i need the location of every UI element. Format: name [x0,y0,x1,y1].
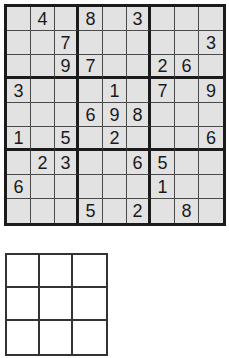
sudoku-cell-r4c6 [127,79,151,103]
sudoku-cell-r3c5 [103,55,127,79]
sudoku-cell-r8c5 [103,175,127,199]
sudoku-cell-r4c3 [55,79,79,103]
sudoku-cell-r9c7 [151,199,175,223]
sudoku-cell-r9c8: 8 [175,199,199,223]
sudoku-cell-r8c7: 1 [151,175,175,199]
sudoku-cell-r8c1: 6 [7,175,31,199]
sudoku-cell-r2c9: 3 [199,31,223,55]
mini-cell-r1c1 [7,255,40,288]
sudoku-cell-r8c8 [175,175,199,199]
sudoku-cell-r4c2 [31,79,55,103]
sudoku-cell-r7c1 [7,151,31,175]
sudoku-cell-r2c6 [127,31,151,55]
sudoku-cell-r9c4: 5 [79,199,103,223]
sudoku-cell-r5c8 [175,103,199,127]
sudoku-cell-r6c5: 2 [103,127,127,151]
sudoku-cell-r9c1 [7,199,31,223]
page: 48373972631796981526236561528 [0,4,229,358]
sudoku-cell-r6c7 [151,127,175,151]
sudoku-cell-r7c5 [103,151,127,175]
sudoku-cell-r8c9 [199,175,223,199]
sudoku-cell-r9c9 [199,199,223,223]
sudoku-cell-r4c9: 9 [199,79,223,103]
sudoku-cell-r7c6: 6 [127,151,151,175]
sudoku-cell-r8c2 [31,175,55,199]
sudoku-cell-r5c4: 6 [79,103,103,127]
sudoku-cell-r6c9: 6 [199,127,223,151]
sudoku-cell-r2c2 [31,31,55,55]
sudoku-cell-r6c1: 1 [7,127,31,151]
sudoku-cell-r6c6 [127,127,151,151]
sudoku-cell-r2c5 [103,31,127,55]
mini-cell-r2c3 [73,288,106,321]
sudoku-cell-r8c4 [79,175,103,199]
mini-cell-r1c3 [73,255,106,288]
sudoku-cell-r6c3: 5 [55,127,79,151]
sudoku-cell-r3c8: 6 [175,55,199,79]
sudoku-cell-r9c5 [103,199,127,223]
sudoku-cell-r7c8 [175,151,199,175]
sudoku-cell-r3c2 [31,55,55,79]
sudoku-cell-r6c2 [31,127,55,151]
sudoku-cell-r3c6 [127,55,151,79]
sudoku-cell-r2c3: 7 [55,31,79,55]
sudoku-cell-r8c3 [55,175,79,199]
sudoku-cell-r4c1: 3 [7,79,31,103]
sudoku-cell-r3c9 [199,55,223,79]
sudoku-cell-r6c4 [79,127,103,151]
sudoku-cell-r1c1 [7,7,31,31]
sudoku-cell-r1c9 [199,7,223,31]
sudoku-cell-r1c3 [55,7,79,31]
sudoku-cell-r4c4 [79,79,103,103]
sudoku-cell-r2c1 [7,31,31,55]
mini-cell-r1c2 [40,255,73,288]
sudoku-cell-r5c6: 8 [127,103,151,127]
sudoku-cell-r1c6: 3 [127,7,151,31]
sudoku-cell-r1c2: 4 [31,7,55,31]
sudoku-cell-r2c7 [151,31,175,55]
sudoku-cell-r7c7: 5 [151,151,175,175]
sudoku-cell-r9c6: 2 [127,199,151,223]
sudoku-cell-r7c3: 3 [55,151,79,175]
sudoku-cell-r5c3 [55,103,79,127]
sudoku-cell-r3c3: 9 [55,55,79,79]
sudoku-cell-r3c4: 7 [79,55,103,79]
sudoku-cell-r4c5: 1 [103,79,127,103]
mini-cell-r2c2 [40,288,73,321]
sudoku-cell-r9c3 [55,199,79,223]
mini-cell-r3c2 [40,321,73,354]
sudoku-cell-r5c7 [151,103,175,127]
sudoku-cell-r1c7 [151,7,175,31]
sudoku-cell-r9c2 [31,199,55,223]
sudoku-board: 48373972631796981526236561528 [4,4,226,226]
empty-mini-grid [5,253,108,356]
sudoku-cell-r1c5 [103,7,127,31]
mini-cell-r3c1 [7,321,40,354]
mini-cell-r2c1 [7,288,40,321]
sudoku-cell-r5c5: 9 [103,103,127,127]
sudoku-cell-r5c9 [199,103,223,127]
sudoku-cell-r5c1 [7,103,31,127]
mini-cell-r3c3 [73,321,106,354]
sudoku-cell-r6c8 [175,127,199,151]
sudoku-cell-r2c8 [175,31,199,55]
sudoku-cell-r1c8 [175,7,199,31]
sudoku-cell-r7c4 [79,151,103,175]
sudoku-cell-r8c6 [127,175,151,199]
sudoku-cell-r7c2: 2 [31,151,55,175]
sudoku-cell-r7c9 [199,151,223,175]
sudoku-cell-r5c2 [31,103,55,127]
sudoku-cell-r4c8 [175,79,199,103]
sudoku-cell-r3c1 [7,55,31,79]
sudoku-cell-r2c4 [79,31,103,55]
sudoku-cell-r1c4: 8 [79,7,103,31]
sudoku-cell-r4c7: 7 [151,79,175,103]
sudoku-cell-r3c7: 2 [151,55,175,79]
